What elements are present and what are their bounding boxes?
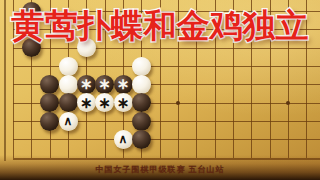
asterisk-mark: ∗ [98,95,111,110]
stone-white-marked: ∗ [95,93,114,112]
stone-black [132,93,151,112]
asterisk-mark: ∗ [117,76,130,91]
asterisk-mark: ∗ [80,95,93,110]
stone-black-marked: ∗ [77,75,96,94]
stone-black [40,93,59,112]
stone-white [59,75,78,94]
stone-black [132,130,151,149]
asterisk-mark: ∗ [80,76,93,91]
stone-black [40,112,59,131]
asterisk-mark: ∗ [117,95,130,110]
stone-black [40,75,59,94]
stone-black [59,93,78,112]
asterisk-mark: ∗ [98,76,111,91]
stone-black [132,112,151,131]
stone-white [132,75,151,94]
video-thumbnail: ∗∗∗∗∗∗∧∧ 黄莺扑蝶和金鸡独立 中国女子围棋甲级联赛 五台山站 [0,0,320,180]
title-text: 黄莺扑蝶和金鸡独立 [0,5,320,49]
stone-white-marked: ∧ [59,112,78,131]
stone-black-marked: ∗ [114,75,133,94]
stone-white-marked: ∧ [114,130,133,149]
caret-mark: ∧ [119,133,128,145]
stone-white [59,57,78,76]
caret-mark: ∧ [64,115,73,127]
stone-white-marked: ∗ [77,93,96,112]
stone-white [132,57,151,76]
stone-black-marked: ∗ [95,75,114,94]
event-caption: 中国女子围棋甲级联赛 五台山站 [0,164,320,175]
stone-white-marked: ∗ [114,93,133,112]
